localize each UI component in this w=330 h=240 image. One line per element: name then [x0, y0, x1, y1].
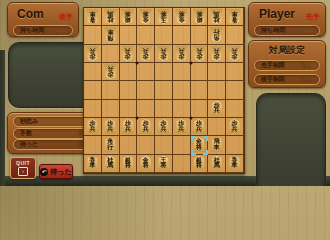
board-cell[interactable]: [191, 100, 209, 118]
gote-limit-value: なし: [301, 75, 313, 84]
board-cell[interactable]: 金将: [173, 8, 191, 26]
board-cell[interactable]: [155, 81, 173, 99]
board-cell[interactable]: [226, 81, 244, 99]
board-cell[interactable]: [226, 100, 244, 118]
settings-title: 対局設定: [254, 44, 320, 57]
board-cell[interactable]: [191, 63, 209, 81]
board-cell[interactable]: [120, 136, 138, 154]
quit-button-label: QUIT: [16, 160, 30, 166]
shogi-piece[interactable]: 歩兵: [228, 46, 241, 61]
board-cell[interactable]: [84, 26, 102, 44]
board-cell[interactable]: [84, 136, 102, 154]
shogi-piece[interactable]: 銀将: [193, 9, 206, 24]
board-cell[interactable]: [120, 26, 138, 44]
board-cell[interactable]: 歩兵: [137, 45, 155, 63]
shogi-piece[interactable]: 歩兵: [121, 119, 134, 134]
board-cell[interactable]: 歩兵: [84, 45, 102, 63]
board-cell[interactable]: [84, 81, 102, 99]
shogi-piece[interactable]: 歩兵: [175, 46, 188, 61]
board-cell[interactable]: [155, 63, 173, 81]
board-cell[interactable]: [226, 26, 244, 44]
shogi-piece[interactable]: 歩兵: [157, 119, 170, 134]
shogi-piece[interactable]: 歩兵: [86, 119, 99, 134]
move-count-label: 手数: [20, 129, 32, 138]
board-cell[interactable]: 桂馬: [208, 155, 226, 173]
board-cell[interactable]: 銀将: [191, 8, 209, 26]
board-cell[interactable]: [155, 136, 173, 154]
shogi-piece[interactable]: 歩兵: [210, 46, 223, 61]
shogi-piece[interactable]: 飛車: [210, 137, 223, 152]
board-cell[interactable]: [102, 45, 120, 63]
com-name: Com: [17, 7, 44, 21]
com-time-label: 持ち時間: [20, 26, 44, 35]
board-cell[interactable]: [155, 26, 173, 44]
shogi-piece[interactable]: 香車: [228, 156, 241, 171]
board-cell[interactable]: [191, 81, 209, 99]
board-cell[interactable]: [173, 26, 191, 44]
board-cell[interactable]: 角行: [208, 26, 226, 44]
board-cell[interactable]: 香車: [226, 155, 244, 173]
board-cell[interactable]: [120, 81, 138, 99]
shogi-piece[interactable]: 飛車: [104, 27, 117, 42]
board-cell[interactable]: 歩兵: [102, 118, 120, 136]
shogi-piece[interactable]: 歩兵: [193, 46, 206, 61]
move-count-row: 手数 3手: [13, 128, 94, 139]
board-cell[interactable]: 桂馬: [102, 8, 120, 26]
shogi-piece[interactable]: 金将: [193, 137, 206, 152]
shogi-piece[interactable]: 歩兵: [175, 119, 188, 134]
board-cell[interactable]: [137, 81, 155, 99]
player-time-label: 持ち時間: [261, 26, 285, 35]
shogi-piece[interactable]: 角行: [210, 27, 223, 42]
shogi-piece[interactable]: 歩兵: [121, 46, 134, 61]
board-cell[interactable]: 金将: [191, 136, 209, 154]
board-cell[interactable]: [173, 100, 191, 118]
board-cell[interactable]: [137, 100, 155, 118]
shogi-piece[interactable]: 歩兵: [228, 119, 241, 134]
board-cell[interactable]: 歩兵: [226, 118, 244, 136]
board-cell[interactable]: [173, 63, 191, 81]
board-cell[interactable]: [84, 63, 102, 81]
board-cell[interactable]: [173, 155, 191, 173]
com-time-display: 持ち時間 --:--: [13, 25, 73, 36]
com-player-panel: Com 後手 持ち時間 --:--: [7, 2, 79, 37]
board-cell[interactable]: [173, 136, 191, 154]
board-cell[interactable]: [208, 81, 226, 99]
board-cell[interactable]: 玉将: [155, 8, 173, 26]
shogi-piece[interactable]: 歩兵: [104, 119, 117, 134]
board-cell[interactable]: [208, 118, 226, 136]
player-time-value: --:--: [303, 28, 313, 34]
board-cell[interactable]: 桂馬: [208, 8, 226, 26]
board-cell[interactable]: 金将: [137, 155, 155, 173]
shogi-piece[interactable]: 角行: [104, 137, 117, 152]
undo-count-row: 待った 0回: [13, 139, 94, 150]
byoyomi-label: 秒読み: [20, 117, 38, 126]
shogi-piece[interactable]: 歩兵: [210, 101, 223, 116]
com-time-value: --:--: [56, 28, 66, 34]
board-cell[interactable]: [226, 136, 244, 154]
star-point: [189, 61, 192, 64]
undo-move-button[interactable]: ↶ 待った: [39, 164, 73, 179]
board-cell[interactable]: [120, 63, 138, 81]
board-cell[interactable]: [208, 63, 226, 81]
board-grid: 香車桂馬銀将金将玉将金将銀将桂馬香車飛車角行歩兵歩兵歩兵歩兵歩兵歩兵歩兵歩兵歩兵…: [84, 8, 244, 173]
shogi-piece[interactable]: 香車: [228, 9, 241, 24]
board-cell[interactable]: 歩兵: [191, 118, 209, 136]
shogi-piece[interactable]: 銀将: [121, 9, 134, 24]
board-cell[interactable]: 香車: [226, 8, 244, 26]
sente-limit-label: 先手制限: [261, 61, 285, 70]
player-side-badge: 先手: [306, 12, 320, 22]
shogi-piece[interactable]: 王将: [157, 156, 170, 171]
board-cell[interactable]: 歩兵: [137, 118, 155, 136]
board-cell[interactable]: [137, 63, 155, 81]
board-cell[interactable]: 飛車: [208, 136, 226, 154]
quit-button[interactable]: QUIT ‹: [10, 157, 36, 179]
board-cell[interactable]: [102, 100, 120, 118]
shogi-piece[interactable]: 桂馬: [210, 156, 223, 171]
gote-limit-label: 後手制限: [261, 75, 285, 84]
undo-arrow-icon: ↶: [40, 168, 48, 176]
board-cell[interactable]: 歩兵: [191, 45, 209, 63]
board-cell[interactable]: 歩兵: [155, 118, 173, 136]
board-cell[interactable]: 金将: [137, 8, 155, 26]
shogi-piece[interactable]: 歩兵: [139, 119, 152, 134]
board-cell[interactable]: 歩兵: [173, 45, 191, 63]
shogi-piece[interactable]: 香車: [86, 156, 99, 171]
sente-captured-pieces-tray[interactable]: [256, 93, 326, 186]
shogi-piece[interactable]: 桂馬: [104, 9, 117, 24]
shogi-board[interactable]: 香車桂馬銀将金将玉将金将銀将桂馬香車飛車角行歩兵歩兵歩兵歩兵歩兵歩兵歩兵歩兵歩兵…: [83, 7, 245, 174]
gote-limit-row: 後手制限 なし: [254, 74, 320, 85]
board-cell[interactable]: [137, 26, 155, 44]
board-cell[interactable]: 銀将: [191, 155, 209, 173]
sente-limit-row: 先手制限 なし: [254, 60, 320, 71]
star-point: [189, 117, 192, 120]
shogi-piece[interactable]: 銀将: [121, 156, 134, 171]
board-cell[interactable]: [84, 100, 102, 118]
board-cell[interactable]: 角行: [102, 136, 120, 154]
shogi-piece[interactable]: 歩兵: [104, 64, 117, 79]
board-cell[interactable]: [137, 136, 155, 154]
human-player-panel: Player 先手 持ち時間 --:--: [248, 2, 326, 37]
shogi-piece[interactable]: 桂馬: [104, 156, 117, 171]
board-cell[interactable]: 桂馬: [102, 155, 120, 173]
shogi-piece[interactable]: 歩兵: [139, 46, 152, 61]
star-point: [136, 117, 139, 120]
board-cell[interactable]: 歩兵: [155, 45, 173, 63]
byoyomi-row: 秒読み --: [13, 116, 94, 127]
shogi-piece[interactable]: 銀将: [193, 156, 206, 171]
board-cell[interactable]: 香車: [84, 155, 102, 173]
shogi-piece[interactable]: 歩兵: [193, 119, 206, 134]
undo-count-label: 待った: [20, 140, 38, 149]
shogi-piece[interactable]: 香車: [86, 9, 99, 24]
table-dark-edge: [0, 50, 5, 186]
board-cell[interactable]: [173, 81, 191, 99]
board-cell[interactable]: 歩兵: [120, 45, 138, 63]
board-cell[interactable]: 銀将: [120, 8, 138, 26]
board-cell[interactable]: 歩兵: [120, 118, 138, 136]
shogi-piece[interactable]: 金将: [139, 9, 152, 24]
shogi-piece[interactable]: 金将: [175, 9, 188, 24]
board-cell[interactable]: [226, 63, 244, 81]
board-cell[interactable]: 歩兵: [102, 63, 120, 81]
undo-button-label: 待った: [50, 167, 71, 177]
board-cell[interactable]: [102, 81, 120, 99]
board-cell[interactable]: 飛車: [102, 26, 120, 44]
match-settings-panel: 対局設定 先手制限 なし 後手制限 なし: [248, 40, 326, 88]
player-time-display: 持ち時間 --:--: [254, 25, 320, 36]
board-cell[interactable]: 歩兵: [208, 100, 226, 118]
exit-door-icon: ‹: [18, 167, 28, 176]
board-cell[interactable]: 香車: [84, 8, 102, 26]
player-name: Player: [259, 7, 295, 21]
board-cell[interactable]: [120, 100, 138, 118]
board-cell[interactable]: [155, 100, 173, 118]
board-cell[interactable]: 歩兵: [208, 45, 226, 63]
com-side-badge: 後手: [59, 12, 73, 22]
board-cell[interactable]: 歩兵: [226, 45, 244, 63]
board-cell[interactable]: [191, 26, 209, 44]
shogi-piece[interactable]: 歩兵: [86, 46, 99, 61]
board-cell[interactable]: 王将: [155, 155, 173, 173]
shogi-piece[interactable]: 歩兵: [157, 46, 170, 61]
shogi-piece[interactable]: 桂馬: [210, 9, 223, 24]
board-cell[interactable]: 銀将: [120, 155, 138, 173]
board-cell[interactable]: 歩兵: [84, 118, 102, 136]
shogi-piece[interactable]: 玉将: [157, 9, 170, 24]
board-cell[interactable]: 歩兵: [173, 118, 191, 136]
sente-limit-value: なし: [301, 61, 313, 70]
star-point: [136, 61, 139, 64]
shogi-piece[interactable]: 金将: [139, 156, 152, 171]
